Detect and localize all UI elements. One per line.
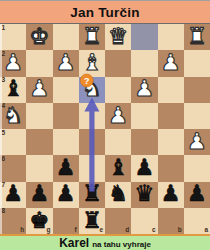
piece-black-pawn: ♟ — [161, 182, 181, 205]
square-e7[interactable]: ♜ — [79, 182, 105, 208]
file-label-h: h — [20, 227, 24, 234]
piece-white-knight: ♞ — [82, 77, 102, 100]
piece-white-pawn: ♟ — [187, 130, 207, 153]
square-c6[interactable]: ♟ — [131, 155, 157, 181]
square-g6[interactable] — [26, 155, 52, 181]
rank-label-6: 6 — [2, 156, 6, 163]
square-h5[interactable]: 5 — [0, 129, 26, 155]
top-player-bar: Jan Turčin — [0, 0, 210, 24]
piece-black-queen: ♛ — [134, 182, 154, 205]
square-g3[interactable]: ♟ — [26, 77, 52, 103]
square-d2[interactable] — [105, 50, 131, 76]
square-h3[interactable]: 3♝ — [0, 77, 26, 103]
square-d1[interactable]: ♛ — [105, 24, 131, 50]
square-a3[interactable] — [184, 77, 210, 103]
square-b3[interactable] — [158, 77, 184, 103]
square-h4[interactable]: 4♞ — [0, 103, 26, 129]
piece-black-pawn: ♟ — [134, 156, 154, 179]
piece-black-pawn: ♟ — [29, 182, 49, 205]
chess-board: 1♚♜♛♜2♟♟♝♟3♝♟♞♟4♞♟5♟6♟♝♟7♟♟♟♜♞♛♟♟8hg♚fe♜… — [0, 24, 210, 234]
square-h2[interactable]: 2♟ — [0, 50, 26, 76]
square-d8[interactable]: d — [105, 208, 131, 234]
rank-label-8: 8 — [2, 208, 6, 215]
square-a4[interactable] — [184, 103, 210, 129]
square-c8[interactable]: c — [131, 208, 157, 234]
square-e2[interactable]: ♝ — [79, 50, 105, 76]
piece-white-bishop: ♝ — [82, 51, 102, 74]
piece-black-rook: ♜ — [82, 182, 102, 205]
square-f4[interactable] — [53, 103, 79, 129]
square-c2[interactable] — [131, 50, 157, 76]
square-b7[interactable]: ♟ — [158, 182, 184, 208]
piece-black-pawn: ♟ — [187, 182, 207, 205]
square-d5[interactable] — [105, 129, 131, 155]
square-c5[interactable] — [131, 129, 157, 155]
piece-white-pawn: ♟ — [29, 77, 49, 100]
square-e5[interactable] — [79, 129, 105, 155]
piece-black-pawn: ♟ — [56, 156, 76, 179]
bottom-player-bar: Karel na tahu vyhraje — [0, 236, 210, 250]
square-h7[interactable]: 7♟ — [0, 182, 26, 208]
file-label-d: d — [125, 227, 129, 234]
file-label-f: f — [75, 227, 77, 234]
piece-white-knight: ♞ — [3, 104, 23, 127]
square-d3[interactable] — [105, 77, 131, 103]
square-a7[interactable]: ♟ — [184, 182, 210, 208]
square-g4[interactable] — [26, 103, 52, 129]
square-c7[interactable]: ♛ — [131, 182, 157, 208]
square-d6[interactable]: ♝ — [105, 155, 131, 181]
square-g1[interactable]: ♚ — [26, 24, 52, 50]
piece-black-bishop: ♝ — [3, 77, 23, 100]
top-player-name: Jan Turčin — [70, 5, 139, 20]
piece-black-pawn: ♟ — [56, 182, 76, 205]
square-g5[interactable] — [26, 129, 52, 155]
square-d7[interactable]: ♞ — [105, 182, 131, 208]
square-a5[interactable]: ♟ — [184, 129, 210, 155]
piece-white-queen: ♛ — [108, 25, 128, 48]
piece-black-rook: ♜ — [82, 209, 102, 232]
square-g7[interactable]: ♟ — [26, 182, 52, 208]
file-label-b: b — [178, 227, 182, 234]
square-e8[interactable]: e♜ — [79, 208, 105, 234]
square-b8[interactable]: b — [158, 208, 184, 234]
piece-white-pawn: ♟ — [108, 104, 128, 127]
piece-white-pawn: ♟ — [3, 51, 23, 74]
rank-label-1: 1 — [2, 25, 6, 32]
file-label-c: c — [152, 227, 156, 234]
square-c1[interactable] — [131, 24, 157, 50]
square-a1[interactable]: ♜ — [184, 24, 210, 50]
square-f5[interactable] — [53, 129, 79, 155]
square-f2[interactable]: ♟ — [53, 50, 79, 76]
square-f3[interactable] — [53, 77, 79, 103]
square-b6[interactable] — [158, 155, 184, 181]
square-b5[interactable] — [158, 129, 184, 155]
bottom-player-status: na tahu vyhraje — [92, 238, 151, 249]
piece-white-rook: ♜ — [187, 25, 207, 48]
square-h6[interactable]: 6 — [0, 155, 26, 181]
piece-black-king: ♚ — [29, 209, 49, 232]
square-e1[interactable]: ♜ — [79, 24, 105, 50]
square-e6[interactable] — [79, 155, 105, 181]
bottom-player-name: Karel — [59, 236, 89, 250]
square-f7[interactable]: ♟ — [53, 182, 79, 208]
square-c3[interactable]: ♟ — [131, 77, 157, 103]
piece-white-rook: ♜ — [82, 25, 102, 48]
square-h8[interactable]: 8h — [0, 208, 26, 234]
piece-black-pawn: ♟ — [3, 182, 23, 205]
square-a2[interactable] — [184, 50, 210, 76]
square-e4[interactable] — [79, 103, 105, 129]
square-f6[interactable]: ♟ — [53, 155, 79, 181]
square-h1[interactable]: 1 — [0, 24, 26, 50]
piece-white-pawn: ♟ — [134, 77, 154, 100]
file-label-a: a — [204, 227, 208, 234]
piece-white-pawn: ♟ — [161, 51, 181, 74]
rank-label-5: 5 — [2, 130, 6, 137]
square-f1[interactable] — [53, 24, 79, 50]
square-a8[interactable]: a — [184, 208, 210, 234]
square-g2[interactable] — [26, 50, 52, 76]
square-f8[interactable]: f — [53, 208, 79, 234]
chess-app: Jan Turčin 1♚♜♛♜2♟♟♝♟3♝♟♞♟4♞♟5♟6♟♝♟7♟♟♟♜… — [0, 0, 210, 250]
square-g8[interactable]: g♚ — [26, 208, 52, 234]
piece-black-bishop: ♝ — [108, 156, 128, 179]
square-b1[interactable] — [158, 24, 184, 50]
square-b4[interactable] — [158, 103, 184, 129]
square-b2[interactable]: ♟ — [158, 50, 184, 76]
square-c4[interactable] — [131, 103, 157, 129]
square-d4[interactable]: ♟ — [105, 103, 131, 129]
square-a6[interactable] — [184, 155, 210, 181]
piece-white-pawn: ♟ — [56, 51, 76, 74]
piece-black-knight: ♞ — [108, 182, 128, 205]
board-area: 1♚♜♛♜2♟♟♝♟3♝♟♞♟4♞♟5♟6♟♝♟7♟♟♟♜♞♛♟♟8hg♚fe♜… — [0, 24, 210, 236]
square-e3[interactable]: ♞ — [79, 77, 105, 103]
piece-white-king: ♚ — [29, 25, 49, 48]
